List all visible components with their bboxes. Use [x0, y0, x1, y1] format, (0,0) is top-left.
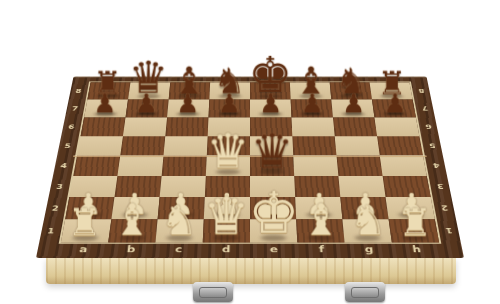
rank-label-1: 1: [40, 219, 61, 242]
rank-label-5: 5: [423, 136, 442, 155]
metal-clasp-left: [193, 282, 233, 302]
square-c6[interactable]: [165, 117, 208, 136]
piece-white-knight-c1[interactable]: ♞: [161, 200, 198, 241]
rank-label-5: 5: [58, 136, 77, 155]
square-g4[interactable]: [337, 156, 383, 176]
square-g6[interactable]: [333, 117, 377, 136]
square-h4[interactable]: [380, 156, 427, 176]
square-e1[interactable]: ♚: [250, 219, 297, 242]
square-a4[interactable]: [73, 156, 120, 176]
chess-board-grid[interactable]: ♜♛♝♞♚♝♞♜♟♟♟♟♟♟♟♟♛♛♟♟♟♟♟♟♟♟♜♝♞♛♚♝♞♜: [59, 81, 442, 243]
rank-label-4: 4: [54, 156, 73, 176]
piece-white-queen-d4[interactable]: ♛: [206, 127, 249, 175]
piece-black-pawn-c7[interactable]: ♟: [176, 91, 199, 117]
file-labels: abcdefgh: [58, 242, 441, 257]
piece-white-bishop-f1[interactable]: ♝: [301, 198, 340, 241]
square-d7[interactable]: ♟: [209, 100, 250, 118]
rank-label-7: 7: [416, 100, 434, 118]
piece-black-pawn-h7[interactable]: ♟: [383, 91, 406, 117]
square-d4[interactable]: ♛: [206, 156, 250, 176]
piece-black-pawn-a7[interactable]: ♟: [93, 91, 116, 117]
file-label-f: f: [297, 244, 345, 254]
clasp-plate-icon: [351, 287, 379, 298]
square-a1[interactable]: ♜: [61, 219, 112, 242]
square-a5[interactable]: [77, 136, 123, 155]
square-b6[interactable]: [123, 117, 167, 136]
square-a6[interactable]: [81, 117, 126, 136]
rank-label-8: 8: [70, 82, 88, 99]
square-b7[interactable]: ♟: [126, 100, 169, 118]
chess-board-3d: ♜♛♝♞♚♝♞♜♟♟♟♟♟♟♟♟♛♛♟♟♟♟♟♟♟♟♜♝♞♛♚♝♞♜ abcde…: [36, 76, 464, 258]
square-b5[interactable]: [120, 136, 165, 155]
rank-label-1: 1: [439, 219, 460, 242]
piece-black-queen-e4[interactable]: ♛: [251, 127, 294, 175]
square-h7[interactable]: ♟: [372, 100, 416, 118]
square-f1[interactable]: ♝: [296, 219, 344, 242]
square-g5[interactable]: [335, 136, 380, 155]
square-a7[interactable]: ♟: [84, 100, 128, 118]
file-label-b: b: [107, 244, 156, 254]
piece-white-king-e1[interactable]: ♚: [248, 185, 299, 242]
square-b4[interactable]: [117, 156, 163, 176]
clasp-plate-icon: [199, 287, 227, 298]
piece-black-pawn-f7[interactable]: ♟: [301, 91, 324, 117]
chess-set-photo: ♜♛♝♞♚♝♞♜♟♟♟♟♟♟♟♟♛♛♟♟♟♟♟♟♟♟♜♝♞♛♚♝♞♜ abcde…: [0, 0, 500, 304]
square-g7[interactable]: ♟: [331, 100, 374, 118]
rank-label-7: 7: [66, 100, 84, 118]
square-f5[interactable]: [292, 136, 336, 155]
square-c4[interactable]: [162, 156, 207, 176]
piece-black-pawn-b7[interactable]: ♟: [135, 91, 158, 117]
file-label-d: d: [202, 244, 250, 254]
rank-label-2: 2: [45, 197, 66, 219]
piece-black-pawn-e7[interactable]: ♟: [259, 91, 282, 117]
square-c1[interactable]: ♞: [155, 219, 203, 242]
piece-white-queen-d1[interactable]: ♛: [203, 191, 249, 242]
file-label-g: g: [345, 244, 394, 254]
file-label-h: h: [392, 244, 441, 254]
square-h1[interactable]: ♜: [389, 219, 440, 242]
square-f7[interactable]: ♟: [291, 100, 333, 118]
square-g1[interactable]: ♞: [342, 219, 391, 242]
rank-label-6: 6: [419, 117, 438, 136]
square-d1[interactable]: ♛: [203, 219, 250, 242]
square-f6[interactable]: [291, 117, 334, 136]
rank-label-6: 6: [62, 117, 81, 136]
rank-label-8: 8: [413, 82, 431, 99]
piece-white-bishop-b1[interactable]: ♝: [112, 198, 151, 241]
piece-white-knight-g1[interactable]: ♞: [350, 200, 387, 241]
piece-black-pawn-g7[interactable]: ♟: [342, 91, 365, 117]
square-e7[interactable]: ♟: [250, 100, 291, 118]
file-label-a: a: [59, 244, 108, 254]
square-b1[interactable]: ♝: [108, 219, 157, 242]
square-h5[interactable]: [377, 136, 423, 155]
rank-label-3: 3: [430, 176, 450, 197]
board-frame: ♜♛♝♞♚♝♞♜♟♟♟♟♟♟♟♟♛♛♟♟♟♟♟♟♟♟♜♝♞♛♚♝♞♜ abcde…: [36, 76, 464, 258]
file-label-e: e: [250, 244, 298, 254]
square-c7[interactable]: ♟: [167, 100, 209, 118]
metal-clasp-right: [345, 282, 385, 302]
folded-box-edge: [46, 258, 456, 284]
rank-label-4: 4: [427, 156, 446, 176]
rank-label-3: 3: [50, 176, 70, 197]
piece-white-rook-a1[interactable]: ♜: [68, 204, 102, 241]
file-label-c: c: [154, 244, 202, 254]
piece-white-rook-h1[interactable]: ♜: [399, 204, 433, 241]
piece-black-pawn-d7[interactable]: ♟: [218, 91, 241, 117]
rank-label-2: 2: [434, 197, 455, 219]
square-c5[interactable]: [163, 136, 207, 155]
square-f4[interactable]: [293, 156, 338, 176]
square-e4[interactable]: ♛: [250, 156, 294, 176]
square-h6[interactable]: [374, 117, 419, 136]
